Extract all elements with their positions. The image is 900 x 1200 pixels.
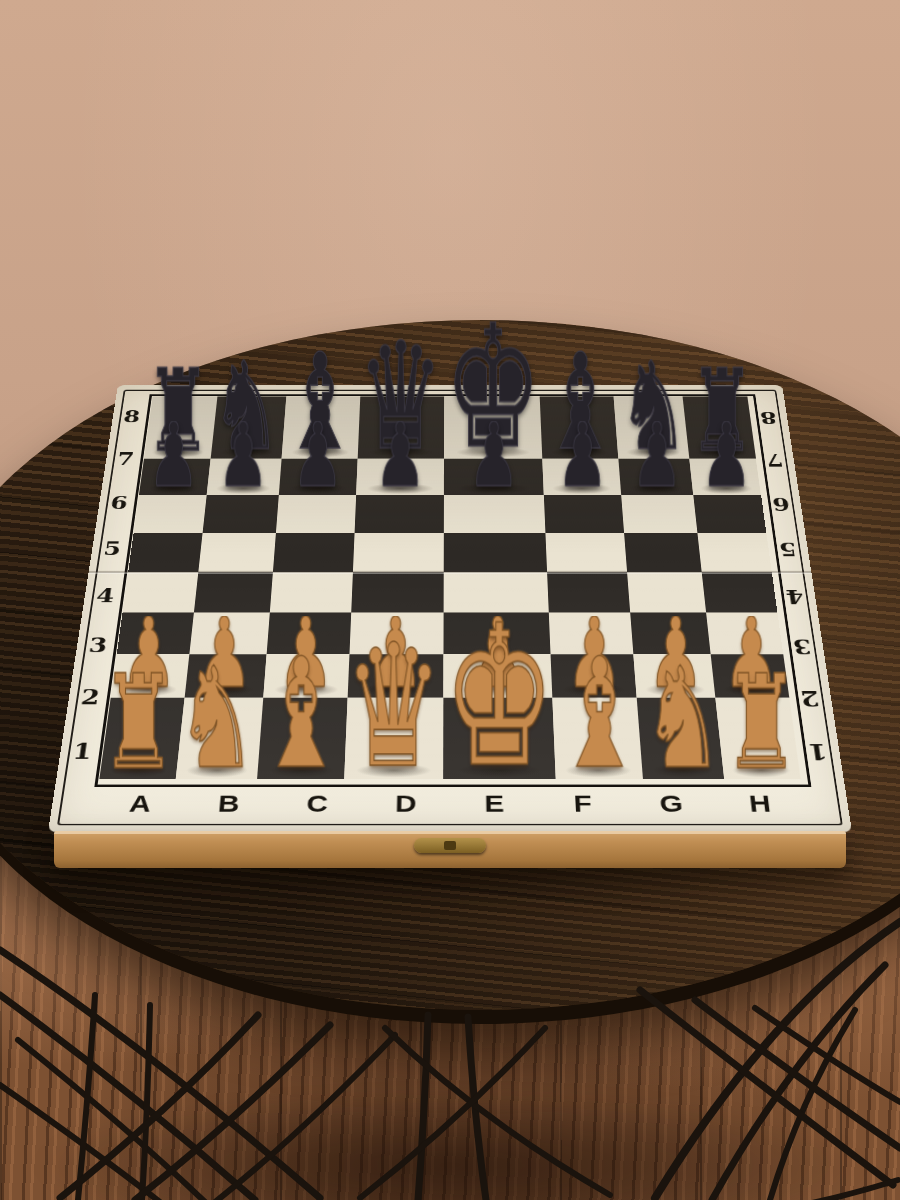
- rank-label-right-4: 4: [774, 572, 815, 620]
- rank-label-right-1: 1: [796, 724, 840, 779]
- white-bishop: ♝: [555, 654, 643, 775]
- scene-photo: ♜♞♝♛♚♝♞♜♟♟♟♟♟♟♟♟♟♟♟♟♟♟♟♟♜♞♝♛♚♝♞♜ 8765432…: [0, 0, 900, 1200]
- square-b6: [203, 495, 279, 533]
- white-rook: ♜: [724, 671, 799, 775]
- black-pawn: ♟: [557, 421, 608, 492]
- rank-label-right-6: 6: [762, 481, 801, 526]
- square-f6: [543, 495, 624, 533]
- white-bishop: ♝: [257, 654, 345, 775]
- square-b7: ♟: [207, 459, 281, 495]
- square-a6: [134, 495, 207, 533]
- white-king: ♚: [443, 620, 555, 775]
- rank-label-left-5: 5: [92, 526, 132, 573]
- black-pawn: ♟: [292, 421, 343, 492]
- white-knight: ♞: [643, 664, 724, 776]
- rank-label-right-5: 5: [768, 526, 808, 573]
- rank-label-right-2: 2: [788, 671, 831, 724]
- square-h5: [697, 533, 772, 572]
- black-pawn: ♟: [631, 421, 682, 492]
- square-d6: [355, 495, 444, 533]
- square-a5: [128, 533, 203, 572]
- square-d5: [353, 533, 443, 572]
- chess-board: ♜♞♝♛♚♝♞♜♟♟♟♟♟♟♟♟♟♟♟♟♟♟♟♟♜♞♝♛♚♝♞♜ 8765432…: [48, 385, 852, 832]
- square-e5: [444, 533, 547, 572]
- board-squares-grid: ♜♞♝♛♚♝♞♜♟♟♟♟♟♟♟♟♟♟♟♟♟♟♟♟♜♞♝♛♚♝♞♜: [99, 397, 800, 780]
- black-pawn: ♟: [375, 421, 426, 492]
- square-g6: [621, 495, 697, 533]
- square-c6: [276, 495, 357, 533]
- board-fold-seam: [88, 571, 811, 574]
- rank-label-left-7: 7: [106, 438, 144, 481]
- square-c7: ♟: [279, 459, 358, 495]
- rank-label-left-6: 6: [99, 481, 138, 526]
- black-pawn: ♟: [701, 421, 752, 492]
- black-pawn: ♟: [217, 421, 268, 492]
- square-b1: ♞: [176, 697, 263, 779]
- square-a7: ♟: [139, 459, 211, 495]
- rank-label-right-7: 7: [756, 438, 794, 481]
- square-f7: ♟: [542, 459, 621, 495]
- black-pawn: ♟: [148, 421, 199, 492]
- square-e6: [444, 495, 545, 533]
- square-f1: ♝: [552, 697, 643, 779]
- square-g1: ♞: [637, 697, 724, 779]
- square-a1: ♜: [99, 697, 185, 779]
- square-e7: ♟: [444, 459, 544, 495]
- wire-basket-table-base: [0, 880, 900, 1200]
- square-c5: [273, 533, 355, 572]
- square-h7: ♟: [689, 459, 761, 495]
- square-d1: ♛: [345, 697, 444, 779]
- square-h1: ♜: [715, 697, 801, 779]
- rank-label-right-8: 8: [750, 397, 787, 438]
- white-queen: ♛: [345, 639, 443, 775]
- square-g7: ♟: [619, 459, 693, 495]
- brass-latch: [414, 838, 486, 853]
- white-knight: ♞: [176, 664, 257, 776]
- square-b5: [199, 533, 276, 572]
- square-h6: [693, 495, 766, 533]
- black-pawn: ♟: [468, 421, 519, 492]
- rank-label-left-1: 1: [60, 724, 104, 779]
- rank-label-left-4: 4: [85, 572, 126, 620]
- square-g5: [624, 533, 701, 572]
- board-box-front-side: [54, 831, 846, 868]
- square-c1: ♝: [257, 697, 348, 779]
- square-f5: [545, 533, 627, 572]
- white-rook: ♜: [100, 671, 175, 775]
- square-d7: ♟: [357, 459, 444, 495]
- rank-label-right-3: 3: [781, 621, 823, 672]
- chess-board-scene: ♜♞♝♛♚♝♞♜♟♟♟♟♟♟♟♟♟♟♟♟♟♟♟♟♜♞♝♛♚♝♞♜ 8765432…: [48, 385, 852, 832]
- square-e1: ♚: [443, 697, 555, 779]
